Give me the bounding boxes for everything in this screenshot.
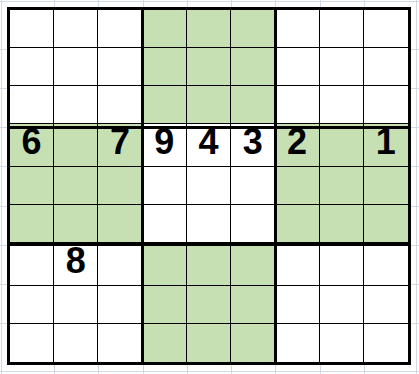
cell-r6c5[interactable] <box>187 205 231 243</box>
cell-r4c7[interactable]: 2 <box>275 124 319 167</box>
cell-r3c1[interactable] <box>10 86 54 124</box>
cell-r7c3[interactable] <box>98 243 142 286</box>
cell-r5c6[interactable] <box>231 167 275 205</box>
sheet-gridline-vertical <box>416 0 417 374</box>
cell-r6c4[interactable] <box>143 205 187 243</box>
cell-r1c9[interactable] <box>364 10 408 48</box>
cell-r9c1[interactable] <box>10 324 54 362</box>
cell-r2c3[interactable] <box>98 48 142 86</box>
cell-r4c1[interactable]: 6 <box>10 124 54 167</box>
cell-r4c9[interactable]: 1 <box>364 124 408 167</box>
cell-r2c5[interactable] <box>187 48 231 86</box>
cell-r7c4[interactable] <box>143 243 187 286</box>
cell-r5c7[interactable] <box>275 167 319 205</box>
cell-r8c1[interactable] <box>10 286 54 324</box>
cell-r2c8[interactable] <box>320 48 364 86</box>
cell-r6c9[interactable] <box>364 205 408 243</box>
cell-r4c8[interactable] <box>320 124 364 167</box>
cell-r7c7[interactable] <box>275 243 319 286</box>
cell-r6c7[interactable] <box>275 205 319 243</box>
cell-r9c2[interactable] <box>54 324 98 362</box>
cell-r9c3[interactable] <box>98 324 142 362</box>
cell-r6c3[interactable] <box>98 205 142 243</box>
cell-r3c7[interactable] <box>275 86 319 124</box>
cell-r4c6[interactable]: 3 <box>231 124 275 167</box>
cell-r8c6[interactable] <box>231 286 275 324</box>
spreadsheet-canvas: 67943218 <box>0 0 419 374</box>
cell-r7c5[interactable] <box>187 243 231 286</box>
cell-r5c1[interactable] <box>10 167 54 205</box>
cell-r7c9[interactable] <box>364 243 408 286</box>
cell-r4c3[interactable]: 7 <box>98 124 142 167</box>
cell-r4c4[interactable]: 9 <box>143 124 187 167</box>
cell-r8c5[interactable] <box>187 286 231 324</box>
cell-r2c7[interactable] <box>275 48 319 86</box>
cell-r2c4[interactable] <box>143 48 187 86</box>
cell-r1c4[interactable] <box>143 10 187 48</box>
cell-r5c2[interactable] <box>54 167 98 205</box>
sheet-gridline-horizontal <box>0 371 419 372</box>
cell-r2c6[interactable] <box>231 48 275 86</box>
cell-r9c4[interactable] <box>143 324 187 362</box>
cell-r9c8[interactable] <box>320 324 364 362</box>
cell-r8c4[interactable] <box>143 286 187 324</box>
cell-r5c9[interactable] <box>364 167 408 205</box>
cell-r1c1[interactable] <box>10 10 54 48</box>
cell-r4c5[interactable]: 4 <box>187 124 231 167</box>
cell-r6c2[interactable] <box>54 205 98 243</box>
cell-r5c4[interactable] <box>143 167 187 205</box>
cell-r8c8[interactable] <box>320 286 364 324</box>
cell-r8c9[interactable] <box>364 286 408 324</box>
sheet-gridline-horizontal <box>0 1 419 2</box>
cell-r6c1[interactable] <box>10 205 54 243</box>
cell-r7c2[interactable]: 8 <box>54 243 98 286</box>
cell-r1c5[interactable] <box>187 10 231 48</box>
cell-r2c1[interactable] <box>10 48 54 86</box>
cell-r9c6[interactable] <box>231 324 275 362</box>
cell-r3c6[interactable] <box>231 86 275 124</box>
sheet-gridline-vertical <box>1 0 2 374</box>
sudoku-cells: 67943218 <box>10 10 408 362</box>
cell-r2c2[interactable] <box>54 48 98 86</box>
cell-r1c6[interactable] <box>231 10 275 48</box>
cell-r5c3[interactable] <box>98 167 142 205</box>
cell-r3c5[interactable] <box>187 86 231 124</box>
cell-r7c6[interactable] <box>231 243 275 286</box>
cell-r8c2[interactable] <box>54 286 98 324</box>
cell-r6c8[interactable] <box>320 205 364 243</box>
cell-r6c6[interactable] <box>231 205 275 243</box>
cell-r1c2[interactable] <box>54 10 98 48</box>
cell-r3c2[interactable] <box>54 86 98 124</box>
cell-r1c8[interactable] <box>320 10 364 48</box>
cell-r9c7[interactable] <box>275 324 319 362</box>
cell-r5c5[interactable] <box>187 167 231 205</box>
cell-r3c3[interactable] <box>98 86 142 124</box>
cell-r2c9[interactable] <box>364 48 408 86</box>
cell-r9c9[interactable] <box>364 324 408 362</box>
cell-r8c3[interactable] <box>98 286 142 324</box>
cell-r5c8[interactable] <box>320 167 364 205</box>
cell-r9c5[interactable] <box>187 324 231 362</box>
cell-r7c1[interactable] <box>10 243 54 286</box>
cell-r3c8[interactable] <box>320 86 364 124</box>
sudoku-grid: 67943218 <box>7 7 411 365</box>
cell-r1c7[interactable] <box>275 10 319 48</box>
cell-r1c3[interactable] <box>98 10 142 48</box>
cell-r4c2[interactable] <box>54 124 98 167</box>
cell-r3c9[interactable] <box>364 86 408 124</box>
cell-r7c8[interactable] <box>320 243 364 286</box>
cell-r3c4[interactable] <box>143 86 187 124</box>
cell-r8c7[interactable] <box>275 286 319 324</box>
